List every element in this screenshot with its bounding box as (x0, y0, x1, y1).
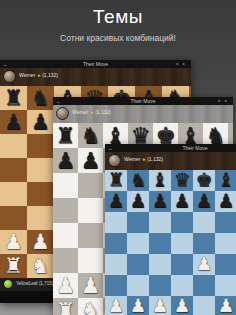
black-rook[interactable]: ♜ (4, 87, 23, 108)
promo-page: Темы Сотни красивых комбинаций! ← Their … (0, 0, 236, 315)
black-pawn[interactable]: ♟ (108, 192, 125, 210)
white-rook[interactable]: ♜ (56, 300, 76, 315)
black-bishop[interactable]: ♝ (218, 171, 235, 189)
board-square[interactable] (193, 212, 215, 233)
board-square[interactable] (105, 275, 127, 296)
board-square[interactable] (149, 212, 171, 233)
board-square[interactable] (53, 248, 78, 273)
black-pawn[interactable]: ♟ (152, 192, 169, 210)
board-square[interactable] (149, 254, 171, 275)
board-square[interactable]: ♟ (27, 230, 54, 254)
black-rook[interactable]: ♜ (56, 125, 76, 147)
white-pawn[interactable]: ♟ (31, 231, 50, 252)
white-knight[interactable]: ♞ (81, 300, 101, 315)
board-square[interactable]: ♟ (53, 148, 78, 173)
board-square[interactable]: ♟ (171, 296, 193, 315)
board-square[interactable]: ♟ (0, 230, 27, 254)
opponent-name: Werner ★ (1,132) (72, 109, 111, 115)
black-pawn[interactable]: ♟ (4, 111, 23, 132)
page-title: Темы (0, 6, 236, 28)
move-status-title: Their Move (53, 97, 233, 105)
white-rook[interactable]: ♜ (4, 255, 23, 276)
board-square[interactable] (127, 275, 149, 296)
board-square[interactable] (127, 254, 149, 275)
board-square[interactable]: ♞ (27, 254, 54, 278)
black-pawn[interactable]: ♟ (196, 192, 213, 210)
black-pawn[interactable]: ♟ (31, 111, 50, 132)
board-square[interactable]: ♞ (78, 123, 103, 148)
board-square[interactable] (0, 158, 27, 182)
black-knight[interactable]: ♞ (81, 125, 101, 147)
opponent-name: Werner ★ (1,132) (124, 156, 163, 162)
opponent-avatar[interactable] (108, 154, 121, 167)
board-square[interactable] (127, 212, 149, 233)
board-square[interactable] (0, 206, 27, 230)
board-square[interactable] (171, 212, 193, 233)
white-pawn[interactable]: ♟ (152, 297, 169, 315)
board-square[interactable]: ♟ (127, 191, 149, 212)
board-square[interactable] (149, 275, 171, 296)
board-square[interactable]: ♟ (27, 110, 54, 134)
chess-board: ♜♞♝♛♚♝♞♜♟♟♟♟♟♟♟♟♟♟♟♟♟♟♟♟♜♞♝♛♚♝♞♜ (105, 170, 236, 315)
board-square[interactable] (27, 158, 54, 182)
app-top-bar: ← Their Move ◂ ▸ (0, 60, 191, 68)
board-square[interactable] (27, 206, 54, 230)
opponent-avatar[interactable] (56, 107, 69, 120)
board-square[interactable]: ♟ (149, 191, 171, 212)
board-square[interactable]: ♟ (215, 191, 236, 212)
white-pawn[interactable]: ♟ (196, 255, 213, 273)
opponent-avatar[interactable] (3, 70, 16, 83)
white-pawn[interactable]: ♟ (108, 297, 125, 315)
board-square[interactable]: ♜ (53, 298, 78, 315)
black-pawn[interactable]: ♟ (130, 192, 147, 210)
trophy-icon: ★ (142, 157, 146, 162)
opponent-strip: Werner ★ (1,132) (0, 68, 191, 86)
board-square[interactable]: ♝ (149, 170, 171, 191)
promo-header: Темы Сотни красивых комбинаций! (0, 6, 236, 43)
screenshot-blue-theme: ← Their Move ◂ ▸ Werner ★ (1,132) ♜♞♝♛♚♝… (105, 144, 236, 315)
trophy-icon: ★ (90, 110, 94, 115)
board-square[interactable] (149, 233, 171, 254)
board-square[interactable] (105, 212, 127, 233)
board-square[interactable] (0, 182, 27, 206)
opponent-strip: Werner ★ (1,132) (105, 152, 236, 170)
black-knight[interactable]: ♞ (31, 87, 50, 108)
board-square[interactable] (215, 212, 236, 233)
board-square[interactable]: ♞ (127, 170, 149, 191)
board-square[interactable]: ♞ (78, 298, 103, 315)
board-square[interactable]: ♟ (127, 296, 149, 315)
board-square[interactable] (215, 275, 236, 296)
board-square[interactable]: ♟ (0, 110, 27, 134)
white-pawn[interactable]: ♟ (81, 275, 101, 297)
white-pawn[interactable]: ♟ (218, 297, 235, 315)
board-square[interactable] (0, 134, 27, 158)
white-knight[interactable]: ♞ (31, 255, 50, 276)
board-square[interactable]: ♟ (53, 273, 78, 298)
board-square[interactable]: ♟ (105, 191, 127, 212)
board-square[interactable]: ♟ (78, 148, 103, 173)
board-square[interactable] (78, 248, 103, 273)
board-square[interactable] (171, 254, 193, 275)
board-square[interactable] (127, 233, 149, 254)
white-pawn[interactable]: ♟ (4, 231, 23, 252)
board-square[interactable]: ♟ (105, 296, 127, 315)
board-square[interactable] (78, 198, 103, 223)
board-square[interactable] (193, 233, 215, 254)
board-square[interactable] (53, 198, 78, 223)
board-square[interactable]: ♛ (171, 170, 193, 191)
board-square[interactable]: ♟ (78, 273, 103, 298)
black-bishop[interactable]: ♝ (152, 171, 169, 189)
board-square[interactable] (78, 223, 103, 248)
board-square[interactable] (27, 182, 54, 206)
board-square[interactable]: ♟ (193, 254, 215, 275)
player-avatar[interactable] (3, 279, 13, 289)
trophy-icon: ★ (37, 73, 41, 78)
board-square[interactable]: ♟ (149, 296, 171, 315)
board-square[interactable] (171, 233, 193, 254)
app-top-bar: ← Their Move ◂ ▸ (53, 97, 233, 105)
board-square[interactable] (105, 233, 127, 254)
board-square[interactable] (215, 254, 236, 275)
move-nav-icons[interactable]: ◂ ▸ (218, 97, 229, 105)
board-square[interactable] (27, 134, 54, 158)
black-pawn[interactable]: ♟ (81, 150, 101, 172)
board-square[interactable]: ♟ (171, 191, 193, 212)
board-square[interactable] (53, 173, 78, 198)
opponent-strip: Werner ★ (1,132) (53, 105, 233, 123)
black-rook[interactable]: ♜ (108, 171, 125, 189)
move-status-title: Their Move (0, 60, 191, 68)
board-square[interactable] (78, 173, 103, 198)
black-pawn[interactable]: ♟ (174, 192, 191, 210)
black-king[interactable]: ♚ (196, 171, 213, 189)
black-queen[interactable]: ♛ (174, 171, 191, 189)
board-square[interactable]: ♚ (193, 170, 215, 191)
player-name: YellowLeaf (1,715) (16, 281, 53, 286)
black-knight[interactable]: ♞ (130, 171, 147, 189)
board-square[interactable] (171, 275, 193, 296)
board-square[interactable]: ♜ (105, 170, 127, 191)
board-square[interactable]: ♜ (53, 123, 78, 148)
white-pawn[interactable]: ♟ (130, 297, 147, 315)
opponent-name: Werner ★ (1,132) (19, 72, 58, 78)
board-square[interactable] (193, 275, 215, 296)
page-subtitle: Сотни красивых комбинаций! (0, 33, 236, 43)
board-square[interactable] (215, 233, 236, 254)
white-pawn[interactable]: ♟ (174, 297, 191, 315)
move-status-title: Their Move (105, 144, 236, 152)
board-square[interactable]: ♝ (215, 170, 236, 191)
board-square[interactable]: ♟ (215, 296, 236, 315)
board-square[interactable] (105, 254, 127, 275)
board-square[interactable]: ♟ (193, 191, 215, 212)
black-pawn[interactable]: ♟ (218, 192, 235, 210)
board-square[interactable] (193, 296, 215, 315)
board-square[interactable] (53, 223, 78, 248)
board-square[interactable]: ♜ (0, 86, 27, 110)
white-pawn[interactable]: ♟ (56, 275, 76, 297)
board-square[interactable]: ♜ (0, 254, 27, 278)
board-square[interactable]: ♞ (27, 86, 54, 110)
black-pawn[interactable]: ♟ (56, 150, 76, 172)
move-nav-icons[interactable]: ◂ ▸ (176, 60, 187, 68)
app-top-bar: ← Their Move ◂ ▸ (105, 144, 236, 152)
